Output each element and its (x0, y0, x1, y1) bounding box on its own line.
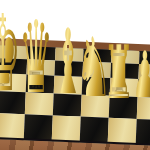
board-square (80, 117, 109, 144)
piece-king: ♚ (0, 2, 21, 107)
board-square (0, 113, 25, 140)
board-square (24, 114, 53, 141)
piece-queen: ♛ (19, 8, 53, 108)
piece-pawn: ♟ (132, 43, 150, 107)
chess-set-photo: ♚♚♛♛♝♝♞♞♜♜♟♟ (0, 0, 150, 150)
board-square (52, 115, 81, 142)
piece-rook: ♜ (103, 35, 135, 109)
board-square (108, 118, 137, 145)
board-square (136, 119, 150, 146)
